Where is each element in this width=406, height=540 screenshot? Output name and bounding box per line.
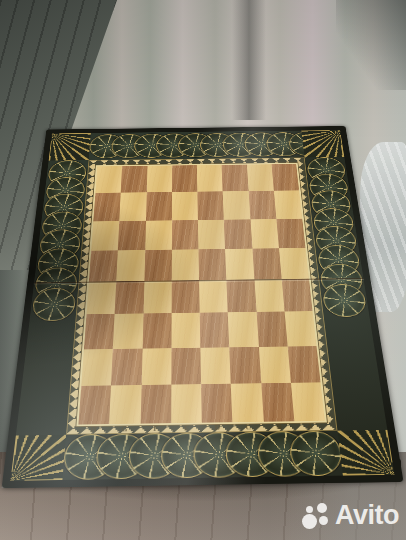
square-g1	[121, 166, 147, 193]
square-d5	[199, 280, 228, 313]
file-label-d: D	[202, 422, 233, 432]
square-e1	[172, 165, 197, 192]
square-f8	[140, 384, 171, 423]
square-f7	[141, 348, 171, 385]
avito-logo-icon	[300, 501, 332, 531]
square-f5	[143, 281, 171, 314]
square-b7	[258, 346, 290, 383]
square-d7	[200, 347, 231, 384]
square-e2	[172, 192, 198, 220]
square-c8	[231, 383, 263, 422]
square-h8	[78, 385, 111, 424]
rosette-icon	[322, 284, 368, 317]
square-e8	[171, 384, 202, 423]
chess-board: HGFEDCBA	[2, 126, 404, 488]
square-a1	[271, 164, 299, 191]
square-d8	[201, 383, 233, 422]
square-g7	[111, 348, 142, 385]
square-f6	[142, 313, 171, 348]
curtain-fold	[336, 0, 406, 90]
square-e6	[171, 313, 200, 348]
square-b1	[247, 164, 274, 191]
file-label-e: E	[171, 423, 202, 433]
curtain-fold	[232, 0, 266, 120]
square-c3	[224, 219, 252, 249]
square-d2	[197, 191, 224, 219]
square-f4	[144, 250, 172, 281]
fan-corner-icon	[337, 430, 394, 476]
file-label-h: H	[78, 424, 110, 434]
square-d6	[200, 312, 230, 347]
square-b4	[252, 248, 281, 279]
square-c5	[227, 279, 257, 312]
square-b6	[256, 312, 287, 347]
square-h1	[95, 166, 122, 193]
file-label-g: G	[109, 424, 140, 434]
square-h5	[86, 281, 116, 314]
square-f2	[146, 192, 172, 220]
fan-corner-icon	[49, 133, 91, 160]
square-g3	[118, 220, 146, 250]
square-g2	[119, 192, 146, 220]
file-label-f: F	[140, 423, 171, 433]
square-h4	[89, 250, 118, 281]
square-a8	[291, 382, 325, 421]
square-b5	[254, 279, 284, 312]
file-label-b: B	[263, 421, 295, 431]
square-a5	[282, 279, 313, 312]
square-a3	[276, 218, 305, 248]
square-d4	[198, 249, 226, 280]
square-a2	[274, 191, 303, 219]
square-a6	[284, 311, 316, 346]
photo-scene: HGFEDCBA Avito	[0, 0, 406, 540]
square-c6	[228, 312, 258, 347]
square-e4	[172, 249, 200, 280]
square-b3	[250, 219, 279, 249]
square-c1	[222, 165, 249, 192]
square-d3	[198, 219, 225, 249]
square-e3	[172, 220, 199, 250]
square-h7	[81, 349, 113, 386]
file-label-c: C	[233, 422, 264, 432]
square-c4	[225, 248, 254, 279]
square-b2	[248, 191, 276, 219]
border-rosettes-bottom	[62, 431, 342, 480]
square-f3	[145, 220, 172, 250]
square-c7	[229, 347, 260, 384]
board-squares	[78, 164, 324, 425]
fan-corner-icon	[301, 130, 344, 157]
file-label-a: A	[294, 421, 326, 431]
board-rim: HGFEDCBA	[2, 126, 404, 488]
square-h6	[84, 314, 115, 349]
square-c2	[223, 191, 250, 219]
square-b8	[261, 383, 294, 422]
square-d1	[197, 165, 223, 192]
avito-watermark-text: Avito	[335, 500, 399, 531]
fan-corner-icon	[10, 435, 66, 481]
square-e5	[171, 280, 199, 313]
square-g5	[115, 281, 144, 314]
square-g8	[109, 385, 141, 424]
square-g6	[113, 314, 143, 349]
square-h3	[91, 221, 119, 251]
square-e7	[171, 347, 201, 384]
square-h2	[93, 193, 121, 221]
square-a7	[287, 346, 320, 383]
square-a4	[279, 248, 309, 279]
border-rosettes-top	[89, 131, 305, 161]
square-f1	[146, 165, 172, 192]
avito-watermark: Avito	[300, 500, 399, 531]
square-g4	[116, 250, 144, 281]
